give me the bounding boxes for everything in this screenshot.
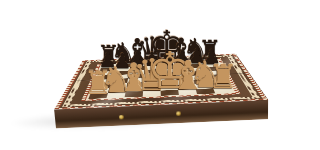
chess-set-photo: ♜♞♝♛♚♝♞♜♟♟♟♟♟♟♟♟♟♟♟♟♟♟♟♟♜♞♝♛♚♝♞♜ xyxy=(0,0,240,150)
pieces-layer: ♜♞♝♛♚♝♞♜♟♟♟♟♟♟♟♟♟♟♟♟♟♟♟♟♜♞♝♛♚♝♞♜ xyxy=(0,0,240,150)
white-rook[interactable]: ♜ xyxy=(208,60,238,93)
